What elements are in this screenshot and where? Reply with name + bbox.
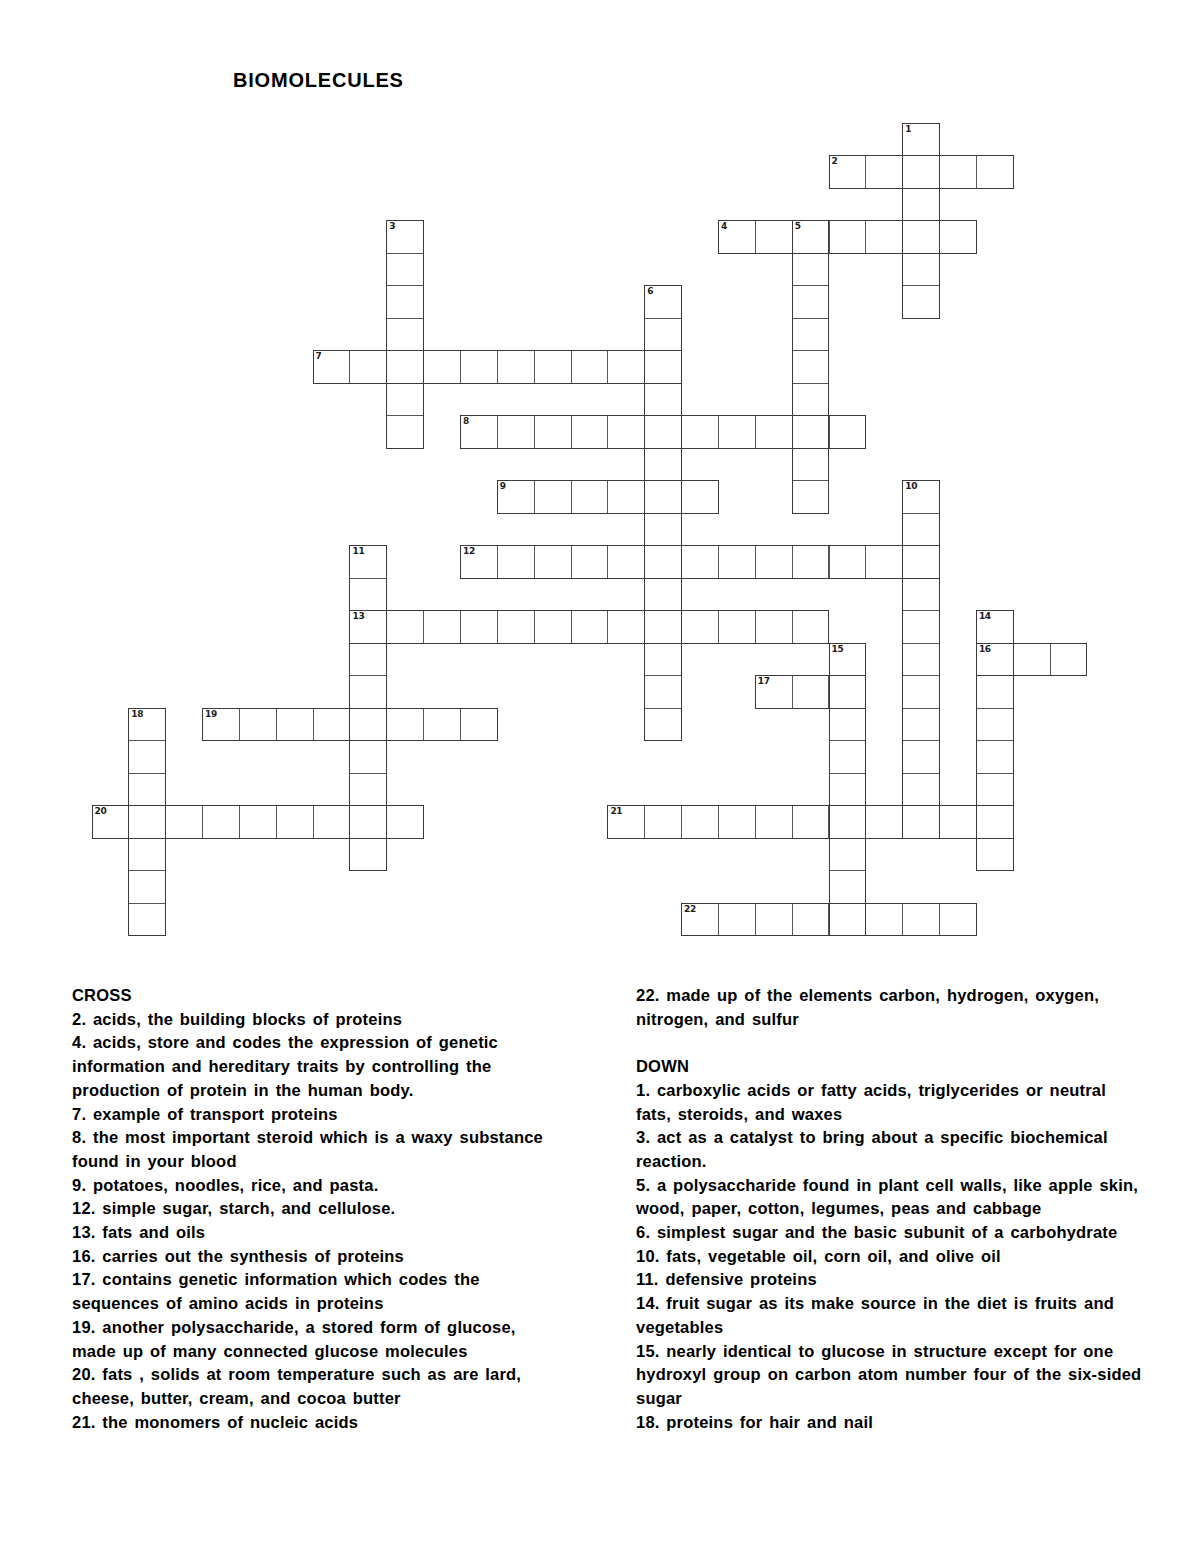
- clue-number: 16: [979, 644, 991, 654]
- grid-cell[interactable]: [829, 740, 867, 774]
- grid-cell[interactable]: [755, 415, 793, 449]
- grid-cell[interactable]: [976, 773, 1014, 807]
- grid-cell[interactable]: [128, 773, 166, 807]
- grid-cell[interactable]: [239, 708, 277, 742]
- clue-number: 18: [131, 709, 143, 719]
- grid-cell[interactable]: [792, 448, 830, 482]
- grid-cell[interactable]: [644, 805, 682, 839]
- grid-cell[interactable]: [865, 903, 903, 937]
- clue-across-19: 19. another polysaccharide, a stored for…: [72, 1316, 550, 1363]
- clue-across-17: 17. contains genetic information which c…: [72, 1268, 550, 1315]
- grid-cell[interactable]: [755, 545, 793, 579]
- grid-cell[interactable]: [460, 350, 498, 384]
- grid-cell[interactable]: [829, 870, 867, 904]
- grid-cell[interactable]: [534, 610, 572, 644]
- grid-cell[interactable]: 12: [460, 545, 498, 579]
- grid-cell[interactable]: [128, 838, 166, 872]
- grid-cell[interactable]: [607, 480, 645, 514]
- clue-number: 19: [205, 709, 217, 719]
- grid-cell[interactable]: [976, 155, 1014, 189]
- grid-cell[interactable]: [644, 675, 682, 709]
- clue-number: 17: [758, 676, 770, 686]
- grid-cell[interactable]: 5: [792, 220, 830, 254]
- clue-number: 21: [610, 806, 622, 816]
- grid-cell[interactable]: [644, 383, 682, 417]
- clue-number: 3: [389, 221, 395, 231]
- grid-cell[interactable]: [902, 155, 940, 189]
- grid-cell[interactable]: [829, 805, 867, 839]
- clue-down-6: 6. simplest sugar and the basic subunit …: [636, 1221, 1144, 1245]
- grid-cell[interactable]: [202, 805, 240, 839]
- grid-cell[interactable]: [829, 903, 867, 937]
- grid-cell[interactable]: [644, 578, 682, 612]
- grid-cell[interactable]: [423, 708, 461, 742]
- grid-cell[interactable]: [1013, 643, 1051, 677]
- grid-cell[interactable]: [902, 578, 940, 612]
- grid-cell[interactable]: [644, 545, 682, 579]
- grid-cell[interactable]: [349, 740, 387, 774]
- grid-cell[interactable]: [902, 285, 940, 319]
- grid-cell[interactable]: 8: [460, 415, 498, 449]
- grid-cell[interactable]: [792, 610, 830, 644]
- grid-cell[interactable]: [460, 610, 498, 644]
- grid-cell[interactable]: [349, 805, 387, 839]
- grid-cell[interactable]: 19: [202, 708, 240, 742]
- clue-across-4: 4. acids, store and codes the expression…: [72, 1031, 550, 1102]
- clue-down-14: 14. fruit sugar as its make source in th…: [636, 1292, 1144, 1339]
- grid-cell[interactable]: [792, 285, 830, 319]
- grid-cell[interactable]: [607, 350, 645, 384]
- grid-cell[interactable]: [681, 610, 719, 644]
- grid-cell[interactable]: [829, 545, 867, 579]
- grid-cell[interactable]: [865, 155, 903, 189]
- grid-cell[interactable]: [571, 350, 609, 384]
- clue-down-18: 18. proteins for hair and nail: [636, 1411, 1144, 1435]
- grid-cell[interactable]: 11: [349, 545, 387, 579]
- across-heading: CROSS: [72, 984, 550, 1008]
- grid-cell[interactable]: [976, 740, 1014, 774]
- grid-cell[interactable]: 17: [755, 675, 793, 709]
- grid-cell[interactable]: [902, 903, 940, 937]
- grid-cell[interactable]: 22: [681, 903, 719, 937]
- grid-cell[interactable]: [829, 773, 867, 807]
- grid-cell[interactable]: [792, 480, 830, 514]
- grid-cell[interactable]: [755, 610, 793, 644]
- page-title: BIOMOLECULES: [233, 69, 404, 92]
- grid-cell[interactable]: [349, 675, 387, 709]
- grid-cell[interactable]: [644, 318, 682, 352]
- grid-cell[interactable]: 6: [644, 285, 682, 319]
- clue-across-13: 13. fats and oils: [72, 1221, 550, 1245]
- down-clues-list: 1. carboxylic acids or fatty acids, trig…: [636, 1079, 1144, 1435]
- grid-cell[interactable]: [644, 610, 682, 644]
- clue-number: 13: [352, 611, 364, 621]
- grid-cell[interactable]: [902, 545, 940, 579]
- grid-cell[interactable]: [386, 415, 424, 449]
- grid-cell[interactable]: [718, 805, 756, 839]
- grid-cell[interactable]: [829, 220, 867, 254]
- grid-cell[interactable]: [902, 708, 940, 742]
- across-clue-22-container: 22. made up of the elements carbon, hydr…: [636, 984, 1144, 1031]
- grid-cell[interactable]: [607, 415, 645, 449]
- clue-across-16: 16. carries out the synthesis of protein…: [72, 1245, 550, 1269]
- grid-cell[interactable]: [902, 513, 940, 547]
- down-clues-column: 22. made up of the elements carbon, hydr…: [636, 984, 1144, 1434]
- grid-cell[interactable]: [313, 708, 351, 742]
- grid-cell[interactable]: [386, 285, 424, 319]
- clue-number: 22: [684, 904, 696, 914]
- grid-cell[interactable]: [902, 610, 940, 644]
- clue-number: 2: [832, 156, 838, 166]
- grid-cell[interactable]: [534, 415, 572, 449]
- clue-down-11: 11. defensive proteins: [636, 1268, 1144, 1292]
- clue-across-9: 9. potatoes, noodles, rice, and pasta.: [72, 1174, 550, 1198]
- grid-cell[interactable]: [571, 610, 609, 644]
- grid-cell[interactable]: [792, 318, 830, 352]
- grid-cell[interactable]: [939, 220, 977, 254]
- grid-cell[interactable]: [902, 188, 940, 222]
- grid-cell[interactable]: [976, 805, 1014, 839]
- clue-number: 10: [905, 481, 917, 491]
- grid-cell[interactable]: [497, 350, 535, 384]
- across-clues-list: 2. acids, the building blocks of protein…: [72, 1008, 550, 1435]
- grid-cell[interactable]: [829, 675, 867, 709]
- grid-cell[interactable]: 1: [902, 123, 940, 157]
- grid-cell[interactable]: [534, 545, 572, 579]
- grid-cell[interactable]: [902, 643, 940, 677]
- grid-cell[interactable]: [386, 318, 424, 352]
- grid-cell[interactable]: [681, 415, 719, 449]
- grid-cell[interactable]: [829, 708, 867, 742]
- clue-number: 6: [647, 286, 653, 296]
- grid-cell[interactable]: 15: [829, 643, 867, 677]
- grid-cell[interactable]: [681, 480, 719, 514]
- grid-cell[interactable]: [976, 838, 1014, 872]
- grid-cell[interactable]: [902, 773, 940, 807]
- grid-cell[interactable]: [386, 253, 424, 287]
- grid-cell[interactable]: [497, 415, 535, 449]
- grid-cell[interactable]: [644, 448, 682, 482]
- grid-cell[interactable]: [571, 480, 609, 514]
- grid-cell[interactable]: 2: [829, 155, 867, 189]
- grid-cell[interactable]: [349, 578, 387, 612]
- clue-across-20: 20. fats , solids at room temperature su…: [72, 1363, 550, 1410]
- grid-cell[interactable]: [718, 545, 756, 579]
- grid-cell[interactable]: 13: [349, 610, 387, 644]
- clue-down-3: 3. act as a catalyst to bring about a sp…: [636, 1126, 1144, 1173]
- grid-cell[interactable]: [829, 415, 867, 449]
- grid-cell[interactable]: [644, 513, 682, 547]
- grid-cell[interactable]: [128, 870, 166, 904]
- grid-cell[interactable]: [902, 805, 940, 839]
- grid-cell[interactable]: [386, 610, 424, 644]
- grid-cell[interactable]: [349, 838, 387, 872]
- grid-cell[interactable]: [644, 708, 682, 742]
- grid-cell[interactable]: [681, 805, 719, 839]
- grid-cell[interactable]: [165, 805, 203, 839]
- grid-cell[interactable]: [644, 480, 682, 514]
- clue-across-8: 8. the most important steroid which is a…: [72, 1126, 550, 1173]
- grid-cell[interactable]: [939, 903, 977, 937]
- clue-number: 20: [95, 806, 107, 816]
- grid-cell[interactable]: [534, 480, 572, 514]
- grid-cell[interactable]: [976, 675, 1014, 709]
- grid-cell[interactable]: [755, 805, 793, 839]
- grid-cell[interactable]: [349, 643, 387, 677]
- grid-cell[interactable]: [939, 155, 977, 189]
- grid-cell[interactable]: [902, 220, 940, 254]
- grid-cell[interactable]: 4: [718, 220, 756, 254]
- grid-cell[interactable]: [386, 383, 424, 417]
- clue-number: 1: [905, 124, 911, 134]
- grid-cell[interactable]: [386, 350, 424, 384]
- grid-cell[interactable]: 3: [386, 220, 424, 254]
- grid-cell[interactable]: [865, 805, 903, 839]
- clue-number: 9: [500, 481, 506, 491]
- grid-cell[interactable]: [755, 220, 793, 254]
- grid-cell[interactable]: [571, 415, 609, 449]
- grid-cell[interactable]: [718, 903, 756, 937]
- grid-cell[interactable]: [792, 903, 830, 937]
- clue-across-22: 22. made up of the elements carbon, hydr…: [636, 984, 1144, 1031]
- grid-cell[interactable]: [939, 805, 977, 839]
- grid-cell[interactable]: [718, 415, 756, 449]
- grid-cell[interactable]: 10: [902, 480, 940, 514]
- grid-cell[interactable]: [644, 643, 682, 677]
- grid-cell[interactable]: [349, 708, 387, 742]
- grid-cell[interactable]: 14: [976, 610, 1014, 644]
- grid-cell[interactable]: [644, 415, 682, 449]
- clue-number: 8: [463, 416, 469, 426]
- grid-cell[interactable]: [902, 675, 940, 709]
- grid-cell[interactable]: [902, 740, 940, 774]
- grid-cell[interactable]: [1050, 643, 1088, 677]
- grid-cell[interactable]: [423, 610, 461, 644]
- grid-cell[interactable]: [792, 383, 830, 417]
- clue-across-2: 2. acids, the building blocks of protein…: [72, 1008, 550, 1032]
- grid-cell[interactable]: [792, 253, 830, 287]
- grid-cell[interactable]: 16: [976, 643, 1014, 677]
- across-clues-column: CROSS 2. acids, the building blocks of p…: [72, 984, 550, 1434]
- grid-cell[interactable]: [865, 545, 903, 579]
- grid-cell[interactable]: [386, 708, 424, 742]
- grid-cell[interactable]: [681, 545, 719, 579]
- grid-cell[interactable]: [829, 838, 867, 872]
- clue-number: 12: [463, 546, 475, 556]
- clue-down-15: 15. nearly identical to glucose in struc…: [636, 1340, 1144, 1411]
- grid-cell[interactable]: [644, 350, 682, 384]
- clue-number: 11: [352, 546, 364, 556]
- grid-cell[interactable]: [276, 708, 314, 742]
- clue-down-10: 10. fats, vegetable oil, corn oil, and o…: [636, 1245, 1144, 1269]
- grid-cell[interactable]: [313, 805, 351, 839]
- grid-cell[interactable]: [571, 545, 609, 579]
- grid-cell[interactable]: [276, 805, 314, 839]
- grid-cell[interactable]: [534, 350, 572, 384]
- grid-cell[interactable]: [128, 903, 166, 937]
- grid-cell[interactable]: [976, 708, 1014, 742]
- clue-down-5: 5. a polysaccharide found in plant cell …: [636, 1174, 1144, 1221]
- grid-cell[interactable]: [460, 708, 498, 742]
- grid-cell[interactable]: [607, 545, 645, 579]
- grid-cell[interactable]: [755, 903, 793, 937]
- grid-cell[interactable]: [497, 610, 535, 644]
- grid-cell[interactable]: [792, 545, 830, 579]
- grid-cell[interactable]: [423, 350, 461, 384]
- clue-number: 4: [721, 221, 727, 231]
- grid-cell[interactable]: 18: [128, 708, 166, 742]
- grid-cell[interactable]: [865, 220, 903, 254]
- grid-cell[interactable]: [497, 545, 535, 579]
- grid-cell[interactable]: [792, 350, 830, 384]
- clue-number: 5: [795, 221, 801, 231]
- grid-cell[interactable]: [128, 805, 166, 839]
- grid-cell[interactable]: [128, 740, 166, 774]
- grid-cell[interactable]: [792, 805, 830, 839]
- grid-cell[interactable]: [239, 805, 277, 839]
- grid-cell[interactable]: 9: [497, 480, 535, 514]
- grid-cell[interactable]: 20: [92, 805, 130, 839]
- clue-number: 7: [316, 351, 322, 361]
- clue-across-7: 7. example of transport proteins: [72, 1103, 550, 1127]
- grid-cell[interactable]: [718, 610, 756, 644]
- clue-across-21: 21. the monomers of nucleic acids: [72, 1411, 550, 1435]
- clue-number: 15: [832, 644, 844, 654]
- grid-cell[interactable]: 7: [313, 350, 351, 384]
- clue-down-1: 1. carboxylic acids or fatty acids, trig…: [636, 1079, 1144, 1126]
- grid-cell[interactable]: [349, 350, 387, 384]
- grid-cell[interactable]: [902, 253, 940, 287]
- grid-cell[interactable]: 21: [607, 805, 645, 839]
- grid-cell[interactable]: [792, 675, 830, 709]
- down-heading: DOWN: [636, 1055, 1144, 1079]
- grid-cell[interactable]: [607, 610, 645, 644]
- clue-number: 14: [979, 611, 991, 621]
- grid-cell[interactable]: [792, 415, 830, 449]
- clue-across-12: 12. simple sugar, starch, and cellulose.: [72, 1197, 550, 1221]
- grid-cell[interactable]: [349, 773, 387, 807]
- grid-cell[interactable]: [386, 805, 424, 839]
